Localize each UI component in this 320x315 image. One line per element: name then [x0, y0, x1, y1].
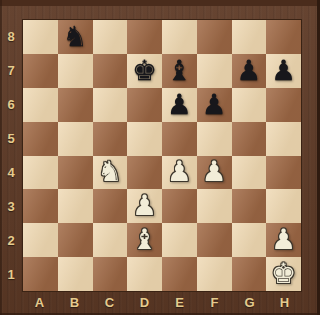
rank-label-4: 4	[0, 156, 22, 190]
square-h5[interactable]	[266, 122, 301, 156]
square-g5[interactable]	[232, 122, 267, 156]
file-label-a: A	[22, 292, 57, 313]
frame-top-edge	[0, 0, 320, 6]
rank-labels: 87654321	[0, 19, 22, 292]
square-e5[interactable]	[162, 122, 197, 156]
square-e2[interactable]	[162, 223, 197, 257]
chess-diagram: 87654321 ♞♚♝♟♟♟♟♞♟♟♟♝♟♚ ABCDEFGH	[0, 0, 320, 315]
white-pawn-d3[interactable]: ♟	[132, 192, 157, 220]
square-a3[interactable]	[23, 189, 58, 223]
square-e1[interactable]	[162, 257, 197, 291]
square-b6[interactable]	[58, 88, 93, 122]
square-d1[interactable]	[127, 257, 162, 291]
square-c4[interactable]: ♞	[93, 156, 128, 190]
square-a8[interactable]	[23, 20, 58, 54]
file-label-h: H	[267, 292, 302, 313]
square-h6[interactable]	[266, 88, 301, 122]
rank-label-7: 7	[0, 53, 22, 87]
white-knight-c4[interactable]: ♞	[97, 158, 122, 186]
square-e7[interactable]: ♝	[162, 54, 197, 88]
square-c5[interactable]	[93, 122, 128, 156]
square-e3[interactable]	[162, 189, 197, 223]
square-e6[interactable]: ♟	[162, 88, 197, 122]
square-f4[interactable]: ♟	[197, 156, 232, 190]
file-label-g: G	[232, 292, 267, 313]
square-h4[interactable]	[266, 156, 301, 190]
square-c3[interactable]	[93, 189, 128, 223]
square-f7[interactable]	[197, 54, 232, 88]
black-knight-b8[interactable]: ♞	[63, 23, 88, 51]
square-g1[interactable]	[232, 257, 267, 291]
square-b1[interactable]	[58, 257, 93, 291]
black-pawn-g7[interactable]: ♟	[236, 57, 261, 85]
square-f5[interactable]	[197, 122, 232, 156]
square-g4[interactable]	[232, 156, 267, 190]
file-label-b: B	[57, 292, 92, 313]
black-pawn-e6[interactable]: ♟	[167, 91, 192, 119]
square-h7[interactable]: ♟	[266, 54, 301, 88]
white-king-h1[interactable]: ♚	[271, 260, 296, 288]
black-bishop-e7[interactable]: ♝	[167, 57, 192, 85]
square-g8[interactable]	[232, 20, 267, 54]
rank-label-5: 5	[0, 121, 22, 155]
square-c6[interactable]	[93, 88, 128, 122]
square-b3[interactable]	[58, 189, 93, 223]
square-a2[interactable]	[23, 223, 58, 257]
white-pawn-h2[interactable]: ♟	[271, 226, 296, 254]
square-g7[interactable]: ♟	[232, 54, 267, 88]
square-b7[interactable]	[58, 54, 93, 88]
square-h1[interactable]: ♚	[266, 257, 301, 291]
square-f2[interactable]	[197, 223, 232, 257]
square-f8[interactable]	[197, 20, 232, 54]
white-pawn-e4[interactable]: ♟	[167, 158, 192, 186]
square-d7[interactable]: ♚	[127, 54, 162, 88]
square-h3[interactable]	[266, 189, 301, 223]
rank-label-3: 3	[0, 190, 22, 224]
square-f3[interactable]	[197, 189, 232, 223]
square-f6[interactable]: ♟	[197, 88, 232, 122]
file-label-c: C	[92, 292, 127, 313]
file-label-f: F	[197, 292, 232, 313]
chess-board[interactable]: ♞♚♝♟♟♟♟♞♟♟♟♝♟♚	[22, 19, 302, 292]
square-a5[interactable]	[23, 122, 58, 156]
file-label-d: D	[127, 292, 162, 313]
square-h8[interactable]	[266, 20, 301, 54]
square-e4[interactable]: ♟	[162, 156, 197, 190]
square-c2[interactable]	[93, 223, 128, 257]
square-e8[interactable]	[162, 20, 197, 54]
square-f1[interactable]	[197, 257, 232, 291]
white-bishop-d2[interactable]: ♝	[132, 226, 157, 254]
square-g6[interactable]	[232, 88, 267, 122]
square-a4[interactable]	[23, 156, 58, 190]
rank-label-6: 6	[0, 87, 22, 121]
file-label-e: E	[162, 292, 197, 313]
square-d6[interactable]	[127, 88, 162, 122]
square-g2[interactable]	[232, 223, 267, 257]
square-d5[interactable]	[127, 122, 162, 156]
square-b2[interactable]	[58, 223, 93, 257]
square-b8[interactable]: ♞	[58, 20, 93, 54]
black-king-d7[interactable]: ♚	[132, 57, 157, 85]
square-b5[interactable]	[58, 122, 93, 156]
black-pawn-f6[interactable]: ♟	[202, 91, 227, 119]
square-d8[interactable]	[127, 20, 162, 54]
square-a7[interactable]	[23, 54, 58, 88]
square-a6[interactable]	[23, 88, 58, 122]
square-c1[interactable]	[93, 257, 128, 291]
white-pawn-f4[interactable]: ♟	[202, 158, 227, 186]
square-c7[interactable]	[93, 54, 128, 88]
square-d3[interactable]: ♟	[127, 189, 162, 223]
rank-label-8: 8	[0, 19, 22, 53]
square-g3[interactable]	[232, 189, 267, 223]
square-d4[interactable]	[127, 156, 162, 190]
square-a1[interactable]	[23, 257, 58, 291]
rank-label-1: 1	[0, 258, 22, 292]
square-d2[interactable]: ♝	[127, 223, 162, 257]
square-b4[interactable]	[58, 156, 93, 190]
black-pawn-h7[interactable]: ♟	[271, 57, 296, 85]
file-labels: ABCDEFGH	[22, 292, 302, 313]
square-h2[interactable]: ♟	[266, 223, 301, 257]
rank-label-2: 2	[0, 224, 22, 258]
square-c8[interactable]	[93, 20, 128, 54]
